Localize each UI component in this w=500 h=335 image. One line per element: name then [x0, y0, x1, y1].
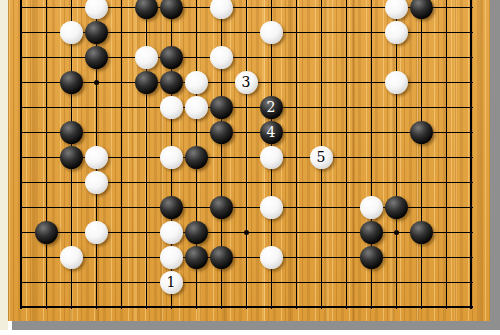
- white-stone: [360, 196, 383, 219]
- white-stone: [85, 146, 108, 169]
- white-stone: [185, 96, 208, 119]
- black-stone: [360, 221, 383, 244]
- white-stone: [85, 221, 108, 244]
- black-stone: [60, 121, 83, 144]
- white-stone: [260, 246, 283, 269]
- move-number-label: 4: [260, 121, 283, 144]
- white-stone: [210, 46, 233, 69]
- black-stone: [385, 196, 408, 219]
- move-number-label: 3: [235, 71, 258, 94]
- white-stone: [210, 0, 233, 19]
- black-stone: [160, 71, 183, 94]
- white-stone: [385, 0, 408, 19]
- black-stone: [185, 246, 208, 269]
- white-stone: [160, 96, 183, 119]
- black-stone: [60, 71, 83, 94]
- black-stone: [135, 71, 158, 94]
- black-stone: [410, 121, 433, 144]
- black-stone: [160, 46, 183, 69]
- white-stone: [60, 246, 83, 269]
- stone-layer: 32451: [0, 0, 500, 335]
- black-stone-move-2: 2: [260, 96, 283, 119]
- white-stone: [185, 71, 208, 94]
- black-stone-move-4: 4: [260, 121, 283, 144]
- white-stone-move-5: 5: [310, 146, 333, 169]
- black-stone: [160, 0, 183, 19]
- white-stone-move-3: 3: [235, 71, 258, 94]
- black-stone: [35, 221, 58, 244]
- black-stone: [185, 221, 208, 244]
- black-stone: [160, 196, 183, 219]
- move-number-label: 2: [260, 96, 283, 119]
- white-stone: [260, 146, 283, 169]
- white-stone: [85, 171, 108, 194]
- white-stone-move-1: 1: [160, 271, 183, 294]
- black-stone: [210, 96, 233, 119]
- white-stone: [85, 0, 108, 19]
- white-stone: [260, 196, 283, 219]
- white-stone: [160, 246, 183, 269]
- black-stone: [85, 46, 108, 69]
- black-stone: [60, 146, 83, 169]
- black-stone: [210, 196, 233, 219]
- move-number-label: 5: [310, 146, 333, 169]
- white-stone: [160, 146, 183, 169]
- go-diagram-page: 32451: [0, 0, 500, 335]
- black-stone: [410, 221, 433, 244]
- white-stone: [135, 46, 158, 69]
- black-stone: [410, 0, 433, 19]
- white-stone: [385, 21, 408, 44]
- white-stone: [60, 21, 83, 44]
- black-stone: [135, 0, 158, 19]
- black-stone: [360, 246, 383, 269]
- black-stone: [185, 146, 208, 169]
- black-stone: [210, 121, 233, 144]
- black-stone: [210, 246, 233, 269]
- white-stone: [260, 21, 283, 44]
- black-stone: [85, 21, 108, 44]
- move-number-label: 1: [160, 271, 183, 294]
- white-stone: [160, 221, 183, 244]
- white-stone: [385, 71, 408, 94]
